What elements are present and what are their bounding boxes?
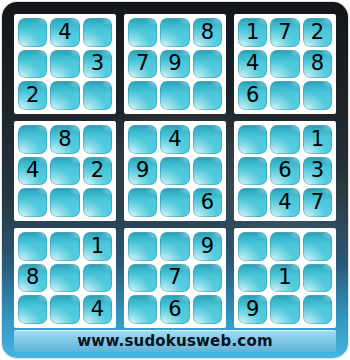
- cell-r5c6[interactable]: [193, 157, 222, 186]
- cell-r8c2[interactable]: [50, 264, 79, 293]
- cell-r2c7[interactable]: 4: [238, 50, 267, 79]
- cell-r1c1[interactable]: [18, 18, 47, 47]
- cell-r6c1[interactable]: [18, 188, 47, 217]
- cell-r9c1[interactable]: [18, 295, 47, 324]
- box-b5: 496: [124, 121, 226, 221]
- cell-r5c3[interactable]: 2: [83, 157, 112, 186]
- cell-r2c8[interactable]: [270, 50, 299, 79]
- box-b3: 172486: [234, 14, 336, 114]
- cell-r7c9[interactable]: [303, 232, 332, 261]
- cell-r2c6[interactable]: [193, 50, 222, 79]
- cell-r7c3[interactable]: 1: [83, 232, 112, 261]
- cell-r5c4[interactable]: 9: [128, 157, 157, 186]
- cell-r4c5[interactable]: 4: [160, 125, 189, 154]
- site-url: www.sudokusweb.com: [77, 332, 272, 350]
- cell-r9c5[interactable]: 6: [160, 295, 189, 324]
- cell-r6c2[interactable]: [50, 188, 79, 217]
- cell-r4c3[interactable]: [83, 125, 112, 154]
- footer-banner: www.sudokusweb.com: [14, 330, 336, 352]
- cell-r9c4[interactable]: [128, 295, 157, 324]
- cell-r4c9[interactable]: 1: [303, 125, 332, 154]
- cell-r3c4[interactable]: [128, 81, 157, 110]
- cell-r9c6[interactable]: [193, 295, 222, 324]
- cell-r2c5[interactable]: 9: [160, 50, 189, 79]
- cell-r7c5[interactable]: [160, 232, 189, 261]
- cell-r2c9[interactable]: 8: [303, 50, 332, 79]
- cell-r8c8[interactable]: 1: [270, 264, 299, 293]
- cell-r4c1[interactable]: [18, 125, 47, 154]
- cell-r5c2[interactable]: [50, 157, 79, 186]
- box-b1: 432: [14, 14, 116, 114]
- sudoku-grid: 4328791724868424961634718497619: [14, 14, 336, 328]
- cell-r1c7[interactable]: 1: [238, 18, 267, 47]
- cell-r6c3[interactable]: [83, 188, 112, 217]
- cell-r9c7[interactable]: 9: [238, 295, 267, 324]
- cell-r4c8[interactable]: [270, 125, 299, 154]
- cell-r1c6[interactable]: 8: [193, 18, 222, 47]
- cell-r1c4[interactable]: [128, 18, 157, 47]
- cell-r3c6[interactable]: [193, 81, 222, 110]
- cell-r2c4[interactable]: 7: [128, 50, 157, 79]
- cell-r4c6[interactable]: [193, 125, 222, 154]
- cell-r5c5[interactable]: [160, 157, 189, 186]
- cell-r6c6[interactable]: 6: [193, 188, 222, 217]
- cell-r2c3[interactable]: 3: [83, 50, 112, 79]
- cell-r3c9[interactable]: [303, 81, 332, 110]
- cell-r5c1[interactable]: 4: [18, 157, 47, 186]
- cell-r7c2[interactable]: [50, 232, 79, 261]
- cell-r8c4[interactable]: [128, 264, 157, 293]
- cell-r3c1[interactable]: 2: [18, 81, 47, 110]
- box-b7: 184: [14, 228, 116, 328]
- cell-r6c5[interactable]: [160, 188, 189, 217]
- cell-r9c2[interactable]: [50, 295, 79, 324]
- cell-r1c5[interactable]: [160, 18, 189, 47]
- cell-r3c5[interactable]: [160, 81, 189, 110]
- cell-r8c7[interactable]: [238, 264, 267, 293]
- cell-r9c3[interactable]: 4: [83, 295, 112, 324]
- cell-r7c4[interactable]: [128, 232, 157, 261]
- cell-r6c7[interactable]: [238, 188, 267, 217]
- cell-r3c8[interactable]: [270, 81, 299, 110]
- cell-r7c1[interactable]: [18, 232, 47, 261]
- cell-r1c3[interactable]: [83, 18, 112, 47]
- cell-r2c2[interactable]: [50, 50, 79, 79]
- box-b8: 976: [124, 228, 226, 328]
- cell-r8c9[interactable]: [303, 264, 332, 293]
- sudoku-board: 4328791724868424961634718497619 www.sudo…: [2, 2, 348, 358]
- cell-r5c7[interactable]: [238, 157, 267, 186]
- box-b4: 842: [14, 121, 116, 221]
- cell-r1c2[interactable]: 4: [50, 18, 79, 47]
- cell-r6c4[interactable]: [128, 188, 157, 217]
- cell-r4c2[interactable]: 8: [50, 125, 79, 154]
- cell-r5c8[interactable]: 6: [270, 157, 299, 186]
- cell-r7c8[interactable]: [270, 232, 299, 261]
- cell-r1c8[interactable]: 7: [270, 18, 299, 47]
- cell-r2c1[interactable]: [18, 50, 47, 79]
- cell-r3c3[interactable]: [83, 81, 112, 110]
- cell-r3c7[interactable]: 6: [238, 81, 267, 110]
- cell-r3c2[interactable]: [50, 81, 79, 110]
- cell-r5c9[interactable]: 3: [303, 157, 332, 186]
- cell-r7c7[interactable]: [238, 232, 267, 261]
- box-b2: 879: [124, 14, 226, 114]
- cell-r9c8[interactable]: [270, 295, 299, 324]
- cell-r6c8[interactable]: 4: [270, 188, 299, 217]
- cell-r8c5[interactable]: 7: [160, 264, 189, 293]
- box-b6: 16347: [234, 121, 336, 221]
- cell-r1c9[interactable]: 2: [303, 18, 332, 47]
- cell-r4c7[interactable]: [238, 125, 267, 154]
- cell-r8c3[interactable]: [83, 264, 112, 293]
- cell-r4c4[interactable]: [128, 125, 157, 154]
- cell-r7c6[interactable]: 9: [193, 232, 222, 261]
- box-b9: 19: [234, 228, 336, 328]
- cell-r8c1[interactable]: 8: [18, 264, 47, 293]
- cell-r8c6[interactable]: [193, 264, 222, 293]
- cell-r9c9[interactable]: [303, 295, 332, 324]
- cell-r6c9[interactable]: 7: [303, 188, 332, 217]
